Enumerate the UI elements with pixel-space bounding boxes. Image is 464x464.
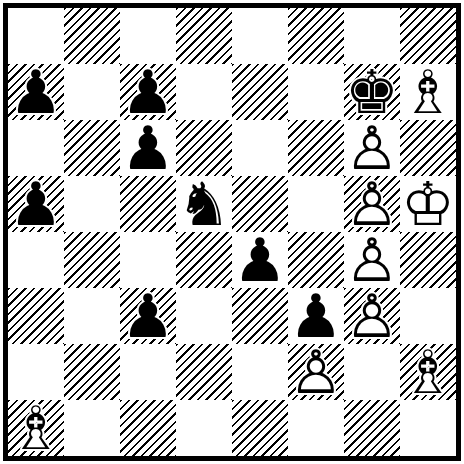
black-pawn: ♟ <box>8 176 64 232</box>
black-pawn: ♟ <box>120 288 176 344</box>
white-bishop-fill: ♝ <box>400 64 456 120</box>
square-e7[interactable] <box>232 64 288 120</box>
square-b8[interactable] <box>64 8 120 64</box>
square-d5[interactable]: ♞ <box>176 176 232 232</box>
square-f5[interactable] <box>288 176 344 232</box>
square-e6[interactable] <box>232 120 288 176</box>
square-h8[interactable] <box>400 8 456 64</box>
square-g4[interactable]: ♟♙ <box>344 232 400 288</box>
square-h2[interactable]: ♝♗ <box>400 344 456 400</box>
black-pawn: ♟ <box>232 232 288 288</box>
square-g6[interactable]: ♟♙ <box>344 120 400 176</box>
square-h3[interactable] <box>400 288 456 344</box>
square-b5[interactable] <box>64 176 120 232</box>
square-b7[interactable] <box>64 64 120 120</box>
square-d4[interactable] <box>176 232 232 288</box>
square-h5[interactable]: ♚♔ <box>400 176 456 232</box>
square-e5[interactable] <box>232 176 288 232</box>
square-f7[interactable] <box>288 64 344 120</box>
square-c3[interactable]: ♟ <box>120 288 176 344</box>
chess-board: ♟♟♚♝♗♟♟♙♟♞♟♙♚♔♟♟♙♟♟♟♙♟♙♝♗♝♗ <box>8 8 456 456</box>
white-pawn: ♙ <box>344 232 400 288</box>
square-c7[interactable]: ♟ <box>120 64 176 120</box>
square-e3[interactable] <box>232 288 288 344</box>
square-e4[interactable]: ♟ <box>232 232 288 288</box>
square-e2[interactable] <box>232 344 288 400</box>
white-pawn: ♙ <box>344 120 400 176</box>
square-a7[interactable]: ♟ <box>8 64 64 120</box>
black-pawn: ♟ <box>288 288 344 344</box>
square-a6[interactable] <box>8 120 64 176</box>
white-bishop-fill: ♝ <box>8 400 64 456</box>
square-b1[interactable] <box>64 400 120 456</box>
square-g5[interactable]: ♟♙ <box>344 176 400 232</box>
square-c5[interactable] <box>120 176 176 232</box>
square-f4[interactable] <box>288 232 344 288</box>
square-d7[interactable] <box>176 64 232 120</box>
white-bishop: ♗ <box>400 64 456 120</box>
square-a4[interactable] <box>8 232 64 288</box>
square-e1[interactable] <box>232 400 288 456</box>
square-h6[interactable] <box>400 120 456 176</box>
black-pawn: ♟ <box>8 64 64 120</box>
white-pawn: ♙ <box>344 288 400 344</box>
square-a3[interactable] <box>8 288 64 344</box>
white-pawn-fill: ♟ <box>344 176 400 232</box>
square-c6[interactable]: ♟ <box>120 120 176 176</box>
square-f3[interactable]: ♟ <box>288 288 344 344</box>
white-pawn-fill: ♟ <box>344 232 400 288</box>
square-a8[interactable] <box>8 8 64 64</box>
black-pawn: ♟ <box>120 64 176 120</box>
square-c1[interactable] <box>120 400 176 456</box>
black-pawn: ♟ <box>120 120 176 176</box>
square-g8[interactable] <box>344 8 400 64</box>
square-b4[interactable] <box>64 232 120 288</box>
white-bishop: ♗ <box>8 400 64 456</box>
square-c2[interactable] <box>120 344 176 400</box>
square-h1[interactable] <box>400 400 456 456</box>
white-pawn-fill: ♟ <box>344 288 400 344</box>
square-a2[interactable] <box>8 344 64 400</box>
square-b2[interactable] <box>64 344 120 400</box>
white-pawn-fill: ♟ <box>288 344 344 400</box>
square-g1[interactable] <box>344 400 400 456</box>
black-knight: ♞ <box>176 176 232 232</box>
square-g7[interactable]: ♚ <box>344 64 400 120</box>
white-pawn: ♙ <box>344 176 400 232</box>
square-d6[interactable] <box>176 120 232 176</box>
square-d3[interactable] <box>176 288 232 344</box>
square-d1[interactable] <box>176 400 232 456</box>
white-king: ♔ <box>400 176 456 232</box>
square-a5[interactable]: ♟ <box>8 176 64 232</box>
square-f1[interactable] <box>288 400 344 456</box>
white-pawn-fill: ♟ <box>344 120 400 176</box>
square-g2[interactable] <box>344 344 400 400</box>
white-king-fill: ♚ <box>400 176 456 232</box>
square-c8[interactable] <box>120 8 176 64</box>
square-f6[interactable] <box>288 120 344 176</box>
black-king: ♚ <box>344 64 400 120</box>
square-c4[interactable] <box>120 232 176 288</box>
square-f8[interactable] <box>288 8 344 64</box>
white-pawn: ♙ <box>288 344 344 400</box>
white-bishop: ♗ <box>400 344 456 400</box>
square-f2[interactable]: ♟♙ <box>288 344 344 400</box>
square-h7[interactable]: ♝♗ <box>400 64 456 120</box>
square-d2[interactable] <box>176 344 232 400</box>
square-h4[interactable] <box>400 232 456 288</box>
white-bishop-fill: ♝ <box>400 344 456 400</box>
square-g3[interactable]: ♟♙ <box>344 288 400 344</box>
square-a1[interactable]: ♝♗ <box>8 400 64 456</box>
square-b6[interactable] <box>64 120 120 176</box>
square-b3[interactable] <box>64 288 120 344</box>
square-e8[interactable] <box>232 8 288 64</box>
board-frame: ♟♟♚♝♗♟♟♙♟♞♟♙♚♔♟♟♙♟♟♟♙♟♙♝♗♝♗ <box>3 3 461 461</box>
square-d8[interactable] <box>176 8 232 64</box>
